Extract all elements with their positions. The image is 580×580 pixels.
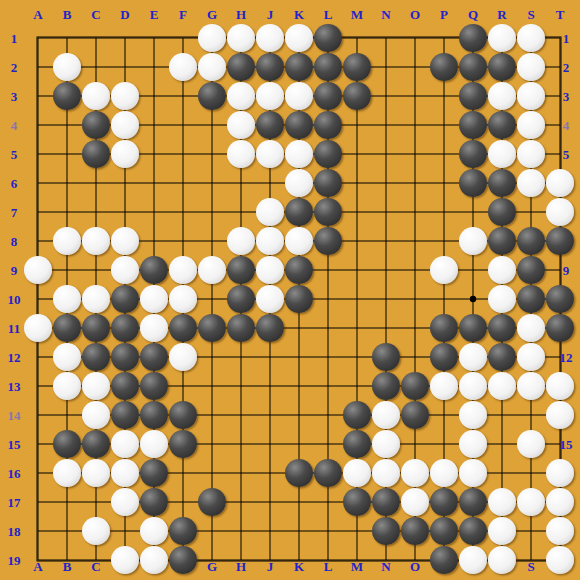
stone-white-B12[interactable]	[53, 343, 81, 371]
stone-white-S17[interactable]	[517, 488, 545, 516]
stone-white-Q16[interactable]	[459, 459, 487, 487]
row-label-right: 4	[563, 119, 570, 132]
stone-black-P2[interactable]	[430, 53, 458, 81]
stone-white-C8[interactable]	[82, 227, 110, 255]
stone-white-H1[interactable]	[227, 24, 255, 52]
stone-black-O14[interactable]	[401, 401, 429, 429]
row-label-left: 19	[8, 554, 21, 567]
row-label-left: 10	[8, 293, 21, 306]
stone-white-T7[interactable]	[546, 198, 574, 226]
column-label-top: H	[236, 8, 246, 21]
stone-white-E19[interactable]	[140, 546, 168, 574]
column-label-bottom: S	[527, 560, 534, 573]
stone-white-E18[interactable]	[140, 517, 168, 545]
stone-black-N12[interactable]	[372, 343, 400, 371]
stone-white-M16[interactable]	[343, 459, 371, 487]
stone-white-T16[interactable]	[546, 459, 574, 487]
stone-black-P11[interactable]	[430, 314, 458, 342]
column-label-bottom: N	[381, 560, 390, 573]
stone-black-G3[interactable]	[198, 82, 226, 110]
stone-black-B3[interactable]	[53, 82, 81, 110]
row-label-right: 15	[560, 438, 573, 451]
stone-white-C3[interactable]	[82, 82, 110, 110]
stone-black-F15[interactable]	[169, 430, 197, 458]
stone-black-E12[interactable]	[140, 343, 168, 371]
stone-white-S1[interactable]	[517, 24, 545, 52]
stone-black-L4[interactable]	[314, 111, 342, 139]
row-label-left: 7	[11, 206, 18, 219]
stone-white-O17[interactable]	[401, 488, 429, 516]
stone-white-H5[interactable]	[227, 140, 255, 168]
stone-white-F9[interactable]	[169, 256, 197, 284]
stone-white-J9[interactable]	[256, 256, 284, 284]
column-label-top: K	[294, 8, 304, 21]
row-label-left: 12	[8, 351, 21, 364]
column-label-top: D	[120, 8, 129, 21]
stone-white-T13[interactable]	[546, 372, 574, 400]
stone-white-B2[interactable]	[53, 53, 81, 81]
stone-white-C14[interactable]	[82, 401, 110, 429]
stone-white-A11[interactable]	[24, 314, 52, 342]
stone-white-J8[interactable]	[256, 227, 284, 255]
stone-white-N16[interactable]	[372, 459, 400, 487]
stone-black-L6[interactable]	[314, 169, 342, 197]
stone-white-B13[interactable]	[53, 372, 81, 400]
stone-black-E17[interactable]	[140, 488, 168, 516]
stone-white-O16[interactable]	[401, 459, 429, 487]
stone-white-R13[interactable]	[488, 372, 516, 400]
stone-white-R9[interactable]	[488, 256, 516, 284]
stone-black-F14[interactable]	[169, 401, 197, 429]
stone-white-Q13[interactable]	[459, 372, 487, 400]
column-label-top: L	[324, 8, 333, 21]
stone-white-E15[interactable]	[140, 430, 168, 458]
stone-white-B8[interactable]	[53, 227, 81, 255]
stone-black-K2[interactable]	[285, 53, 313, 81]
stone-white-D8[interactable]	[111, 227, 139, 255]
stone-black-C12[interactable]	[82, 343, 110, 371]
stone-white-N14[interactable]	[372, 401, 400, 429]
stone-black-P12[interactable]	[430, 343, 458, 371]
stone-white-G1[interactable]	[198, 24, 226, 52]
stone-white-J1[interactable]	[256, 24, 284, 52]
stone-black-S10[interactable]	[517, 285, 545, 313]
stone-black-L7[interactable]	[314, 198, 342, 226]
stone-white-S2[interactable]	[517, 53, 545, 81]
stone-black-F18[interactable]	[169, 517, 197, 545]
column-label-top: N	[381, 8, 390, 21]
column-label-top: S	[527, 8, 534, 21]
stone-white-R10[interactable]	[488, 285, 516, 313]
stone-black-T11[interactable]	[546, 314, 574, 342]
stone-white-S5[interactable]	[517, 140, 545, 168]
stone-white-T6[interactable]	[546, 169, 574, 197]
stone-black-B15[interactable]	[53, 430, 81, 458]
stone-white-Q19[interactable]	[459, 546, 487, 574]
stone-black-R11[interactable]	[488, 314, 516, 342]
stone-black-C5[interactable]	[82, 140, 110, 168]
row-label-left: 11	[8, 322, 20, 335]
stone-white-H8[interactable]	[227, 227, 255, 255]
stone-white-S3[interactable]	[517, 82, 545, 110]
stone-white-C18[interactable]	[82, 517, 110, 545]
stone-white-C16[interactable]	[82, 459, 110, 487]
stone-white-J3[interactable]	[256, 82, 284, 110]
row-label-right: 5	[563, 148, 570, 161]
stone-black-L5[interactable]	[314, 140, 342, 168]
stone-white-E11[interactable]	[140, 314, 168, 342]
stone-white-S11[interactable]	[517, 314, 545, 342]
column-label-bottom: L	[324, 560, 333, 573]
stone-white-H4[interactable]	[227, 111, 255, 139]
stone-black-L16[interactable]	[314, 459, 342, 487]
row-label-left: 9	[11, 264, 18, 277]
stone-white-Q14[interactable]	[459, 401, 487, 429]
column-label-top: C	[91, 8, 100, 21]
column-label-bottom: H	[236, 560, 246, 573]
stone-white-B16[interactable]	[53, 459, 81, 487]
row-label-right: 9	[563, 264, 570, 277]
stone-white-K8[interactable]	[285, 227, 313, 255]
stone-black-E14[interactable]	[140, 401, 168, 429]
column-label-top: O	[410, 8, 420, 21]
stone-white-C10[interactable]	[82, 285, 110, 313]
row-label-left: 8	[11, 235, 18, 248]
row-label-right: 2	[563, 61, 570, 74]
stone-black-S8[interactable]	[517, 227, 545, 255]
stone-white-G2[interactable]	[198, 53, 226, 81]
column-label-bottom: K	[294, 560, 304, 573]
stone-black-M15[interactable]	[343, 430, 371, 458]
column-label-top: A	[33, 8, 42, 21]
stone-black-O13[interactable]	[401, 372, 429, 400]
stone-white-D5[interactable]	[111, 140, 139, 168]
stone-white-S6[interactable]	[517, 169, 545, 197]
column-label-bottom: M	[351, 560, 363, 573]
column-label-top: P	[440, 8, 448, 21]
stone-black-Q2[interactable]	[459, 53, 487, 81]
stone-black-S9[interactable]	[517, 256, 545, 284]
column-label-bottom: A	[33, 560, 42, 573]
stone-white-J7[interactable]	[256, 198, 284, 226]
hoshi-point	[470, 296, 476, 302]
stone-black-J11[interactable]	[256, 314, 284, 342]
stone-white-Q12[interactable]	[459, 343, 487, 371]
stone-white-D15[interactable]	[111, 430, 139, 458]
stone-black-K7[interactable]	[285, 198, 313, 226]
stone-white-N15[interactable]	[372, 430, 400, 458]
stone-black-N13[interactable]	[372, 372, 400, 400]
stone-black-O18[interactable]	[401, 517, 429, 545]
stone-white-J10[interactable]	[256, 285, 284, 313]
stone-black-H9[interactable]	[227, 256, 255, 284]
column-label-top: G	[207, 8, 217, 21]
stone-black-Q3[interactable]	[459, 82, 487, 110]
column-label-top: J	[267, 8, 274, 21]
stone-black-E13[interactable]	[140, 372, 168, 400]
stone-black-C11[interactable]	[82, 314, 110, 342]
stone-black-M17[interactable]	[343, 488, 371, 516]
stone-white-R18[interactable]	[488, 517, 516, 545]
stone-black-L1[interactable]	[314, 24, 342, 52]
stone-black-G11[interactable]	[198, 314, 226, 342]
stone-white-K6[interactable]	[285, 169, 313, 197]
stone-black-L8[interactable]	[314, 227, 342, 255]
stone-white-F2[interactable]	[169, 53, 197, 81]
row-label-left: 17	[8, 496, 21, 509]
stone-black-D11[interactable]	[111, 314, 139, 342]
stone-white-T14[interactable]	[546, 401, 574, 429]
stone-white-J5[interactable]	[256, 140, 284, 168]
stone-white-P13[interactable]	[430, 372, 458, 400]
column-label-bottom: C	[91, 560, 100, 573]
row-label-left: 18	[8, 525, 21, 538]
stone-black-E16[interactable]	[140, 459, 168, 487]
stone-black-T8[interactable]	[546, 227, 574, 255]
column-label-top: B	[63, 8, 72, 21]
stone-black-Q17[interactable]	[459, 488, 487, 516]
stone-white-R17[interactable]	[488, 488, 516, 516]
row-label-left: 1	[11, 32, 18, 45]
stone-black-Q6[interactable]	[459, 169, 487, 197]
stone-white-R5[interactable]	[488, 140, 516, 168]
stone-black-M14[interactable]	[343, 401, 371, 429]
stone-white-T17[interactable]	[546, 488, 574, 516]
stone-black-L3[interactable]	[314, 82, 342, 110]
stone-white-D3[interactable]	[111, 82, 139, 110]
stone-black-Q11[interactable]	[459, 314, 487, 342]
stone-black-M2[interactable]	[343, 53, 371, 81]
column-label-top: Q	[468, 8, 478, 21]
stone-black-D14[interactable]	[111, 401, 139, 429]
row-label-left: 3	[11, 90, 18, 103]
column-label-top: E	[150, 8, 159, 21]
stone-white-A9[interactable]	[24, 256, 52, 284]
go-board[interactable]: AABBCCDDEEFFGGHHJJKKLLMMNNOOPPQQRRSSTT11…	[0, 0, 580, 580]
stone-black-C4[interactable]	[82, 111, 110, 139]
stone-white-C13[interactable]	[82, 372, 110, 400]
row-label-left: 4	[11, 119, 18, 132]
stone-white-D4[interactable]	[111, 111, 139, 139]
stone-black-H10[interactable]	[227, 285, 255, 313]
stone-white-S4[interactable]	[517, 111, 545, 139]
column-label-top: T	[556, 8, 565, 21]
stone-white-F10[interactable]	[169, 285, 197, 313]
row-label-left: 2	[11, 61, 18, 74]
stone-white-P16[interactable]	[430, 459, 458, 487]
column-label-bottom: J	[267, 560, 274, 573]
stone-white-S15[interactable]	[517, 430, 545, 458]
stone-black-Q4[interactable]	[459, 111, 487, 139]
stone-black-F19[interactable]	[169, 546, 197, 574]
column-label-top: R	[497, 8, 506, 21]
row-label-right: 12	[560, 351, 573, 364]
stone-black-H2[interactable]	[227, 53, 255, 81]
stone-black-R7[interactable]	[488, 198, 516, 226]
stone-white-S12[interactable]	[517, 343, 545, 371]
stone-white-K1[interactable]	[285, 24, 313, 52]
stone-white-Q15[interactable]	[459, 430, 487, 458]
stone-black-R6[interactable]	[488, 169, 516, 197]
stone-black-R4[interactable]	[488, 111, 516, 139]
column-label-bottom: G	[207, 560, 217, 573]
stone-white-P9[interactable]	[430, 256, 458, 284]
stone-white-E10[interactable]	[140, 285, 168, 313]
stone-black-H11[interactable]	[227, 314, 255, 342]
stone-black-L2[interactable]	[314, 53, 342, 81]
stone-black-K4[interactable]	[285, 111, 313, 139]
stone-black-Q18[interactable]	[459, 517, 487, 545]
stone-black-Q5[interactable]	[459, 140, 487, 168]
column-label-top: F	[179, 8, 187, 21]
stone-black-M3[interactable]	[343, 82, 371, 110]
stone-white-K5[interactable]	[285, 140, 313, 168]
stone-white-Q8[interactable]	[459, 227, 487, 255]
stone-black-P18[interactable]	[430, 517, 458, 545]
column-label-bottom: B	[63, 560, 72, 573]
stone-white-D17[interactable]	[111, 488, 139, 516]
stone-white-D9[interactable]	[111, 256, 139, 284]
stone-black-R2[interactable]	[488, 53, 516, 81]
stone-white-S13[interactable]	[517, 372, 545, 400]
stone-black-C15[interactable]	[82, 430, 110, 458]
stone-black-D12[interactable]	[111, 343, 139, 371]
row-label-left: 15	[8, 438, 21, 451]
row-label-left: 14	[8, 409, 21, 422]
stone-white-R19[interactable]	[488, 546, 516, 574]
row-label-left: 6	[11, 177, 18, 190]
stone-black-Q1[interactable]	[459, 24, 487, 52]
column-label-bottom: O	[410, 560, 420, 573]
stone-white-F12[interactable]	[169, 343, 197, 371]
stone-black-J4[interactable]	[256, 111, 284, 139]
stone-black-N17[interactable]	[372, 488, 400, 516]
stone-black-P19[interactable]	[430, 546, 458, 574]
stone-black-K16[interactable]	[285, 459, 313, 487]
stone-black-P17[interactable]	[430, 488, 458, 516]
stone-white-T19[interactable]	[546, 546, 574, 574]
stone-black-R8[interactable]	[488, 227, 516, 255]
stone-white-K3[interactable]	[285, 82, 313, 110]
stone-white-R3[interactable]	[488, 82, 516, 110]
stone-black-T10[interactable]	[546, 285, 574, 313]
stone-black-G17[interactable]	[198, 488, 226, 516]
column-label-top: M	[351, 8, 363, 21]
stone-white-H3[interactable]	[227, 82, 255, 110]
stone-white-B10[interactable]	[53, 285, 81, 313]
row-label-left: 5	[11, 148, 18, 161]
row-label-right: 3	[563, 90, 570, 103]
row-label-left: 16	[8, 467, 21, 480]
stone-black-N18[interactable]	[372, 517, 400, 545]
stone-black-J2[interactable]	[256, 53, 284, 81]
row-label-right: 1	[563, 32, 570, 45]
stone-black-D10[interactable]	[111, 285, 139, 313]
stone-white-D19[interactable]	[111, 546, 139, 574]
row-label-left: 13	[8, 380, 21, 393]
stone-black-K9[interactable]	[285, 256, 313, 284]
stone-black-E9[interactable]	[140, 256, 168, 284]
stone-black-K10[interactable]	[285, 285, 313, 313]
stone-white-T18[interactable]	[546, 517, 574, 545]
stone-white-D16[interactable]	[111, 459, 139, 487]
stone-white-R1[interactable]	[488, 24, 516, 52]
stone-black-B11[interactable]	[53, 314, 81, 342]
stone-white-G9[interactable]	[198, 256, 226, 284]
stone-black-R12[interactable]	[488, 343, 516, 371]
stone-black-F11[interactable]	[169, 314, 197, 342]
stone-black-D13[interactable]	[111, 372, 139, 400]
